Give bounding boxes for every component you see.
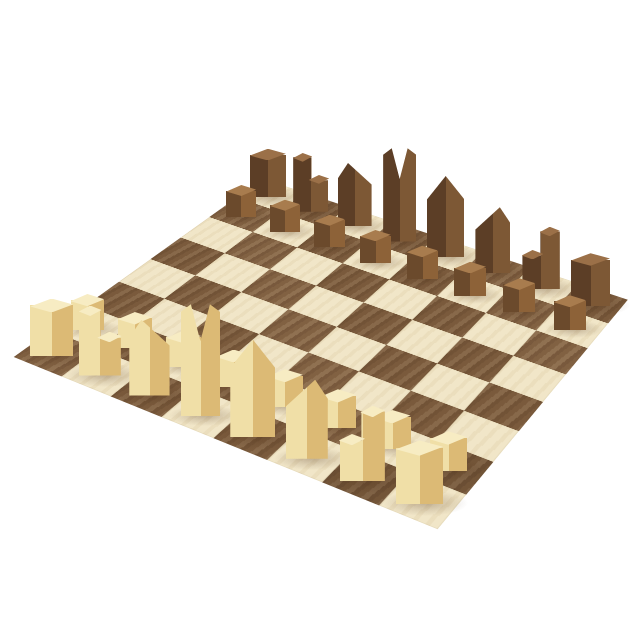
- piece-white-queen[interactable]: [181, 304, 221, 416]
- piece-black-pawn[interactable]: [503, 278, 535, 312]
- piece-black-queen[interactable]: [383, 148, 416, 241]
- piece-white-knight[interactable]: [340, 406, 385, 481]
- piece-body: [396, 448, 443, 504]
- chess-set-photo: [0, 0, 640, 640]
- piece-body: [30, 305, 73, 356]
- piece-black-pawn[interactable]: [454, 262, 486, 296]
- piece-body: [230, 340, 275, 437]
- piece-black-pawn[interactable]: [226, 185, 256, 217]
- piece-black-pawn[interactable]: [360, 230, 391, 263]
- piece-black-pawn[interactable]: [554, 295, 586, 330]
- piece-body: [383, 148, 416, 241]
- piece-body: [129, 320, 169, 396]
- piece-body: [79, 311, 121, 376]
- piece-black-pawn[interactable]: [407, 246, 438, 279]
- piece-body: [286, 380, 328, 459]
- piece-white-king[interactable]: [230, 340, 275, 437]
- piece-black-pawn[interactable]: [270, 200, 300, 232]
- piece-body: [340, 411, 385, 481]
- piece-white-bishop[interactable]: [129, 320, 169, 396]
- piece-white-bishop[interactable]: [286, 380, 328, 459]
- piece-white-rook[interactable]: [396, 440, 443, 504]
- piece-black-pawn[interactable]: [314, 215, 344, 247]
- piece-white-rook[interactable]: [30, 299, 73, 357]
- piece-white-knight[interactable]: [79, 306, 121, 376]
- piece-body: [181, 304, 221, 416]
